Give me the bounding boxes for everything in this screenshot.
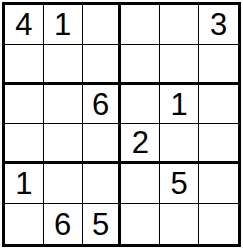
- cell-r2c6[interactable]: [199, 45, 238, 85]
- cell-r3c1[interactable]: [5, 85, 44, 125]
- cell-r1c4[interactable]: [121, 5, 160, 45]
- cell-r4c4[interactable]: 2: [121, 124, 160, 164]
- cell-r4c3[interactable]: [83, 124, 122, 164]
- cell-r6c1[interactable]: [5, 204, 44, 244]
- cell-r2c1[interactable]: [5, 45, 44, 85]
- cell-r1c2[interactable]: 1: [44, 5, 83, 45]
- cell-r4c1[interactable]: [5, 124, 44, 164]
- cell-r3c3[interactable]: 6: [83, 85, 122, 125]
- cell-r6c5[interactable]: [160, 204, 199, 244]
- cell-r6c4[interactable]: [121, 204, 160, 244]
- cell-r1c5[interactable]: [160, 5, 199, 45]
- cell-r3c2[interactable]: [44, 85, 83, 125]
- cell-r2c2[interactable]: [44, 45, 83, 85]
- cell-r1c3[interactable]: [83, 5, 122, 45]
- cell-r1c6[interactable]: 3: [199, 5, 238, 45]
- cell-r2c5[interactable]: [160, 45, 199, 85]
- cell-r2c4[interactable]: [121, 45, 160, 85]
- cell-r3c5[interactable]: 1: [160, 85, 199, 125]
- cell-r5c5[interactable]: 5: [160, 164, 199, 204]
- cell-r6c2[interactable]: 6: [44, 204, 83, 244]
- cell-r6c6[interactable]: [199, 204, 238, 244]
- cell-r1c1[interactable]: 4: [5, 5, 44, 45]
- cell-r4c2[interactable]: [44, 124, 83, 164]
- cell-r4c6[interactable]: [199, 124, 238, 164]
- cell-r4c5[interactable]: [160, 124, 199, 164]
- cell-r5c2[interactable]: [44, 164, 83, 204]
- cell-r3c6[interactable]: [199, 85, 238, 125]
- sudoku-board: 4136121565: [2, 2, 241, 247]
- cell-r2c3[interactable]: [83, 45, 122, 85]
- cell-r6c3[interactable]: 5: [83, 204, 122, 244]
- cell-r3c4[interactable]: [121, 85, 160, 125]
- cell-r5c4[interactable]: [121, 164, 160, 204]
- cell-r5c6[interactable]: [199, 164, 238, 204]
- page: 4136121565: [0, 0, 243, 249]
- cell-r5c1[interactable]: 1: [5, 164, 44, 204]
- cell-r5c3[interactable]: [83, 164, 122, 204]
